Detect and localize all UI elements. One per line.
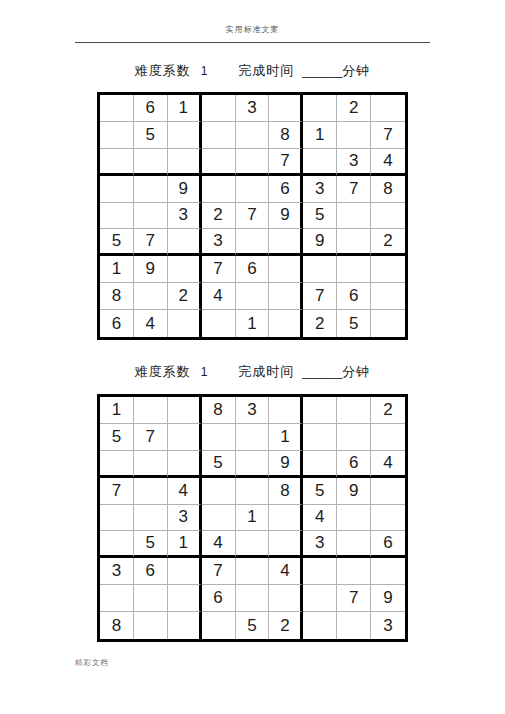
cell-r3c3 xyxy=(168,451,202,478)
sudoku-grid-2: 18325715964748593145143636746798523 xyxy=(97,394,408,642)
cell-r5c8 xyxy=(337,505,371,532)
cell-r9c8: 5 xyxy=(337,310,371,337)
cell-r5c7: 4 xyxy=(303,505,337,532)
cell-r1c9 xyxy=(371,95,405,122)
cell-r1c1 xyxy=(100,95,134,122)
cell-r3c2 xyxy=(134,451,168,478)
cell-r8c2 xyxy=(134,585,168,612)
cell-r6c1 xyxy=(100,531,134,558)
cell-r3c3 xyxy=(168,149,202,176)
puzzle-1-title: 难度系数1完成时间______分钟 xyxy=(0,62,505,80)
cell-r7c2: 9 xyxy=(134,256,168,283)
time-blank: ______ xyxy=(302,365,342,379)
cell-r4c7: 5 xyxy=(303,478,337,505)
cell-r1c5: 3 xyxy=(236,95,270,122)
cell-r4c1 xyxy=(100,176,134,203)
cell-r5c9 xyxy=(371,203,405,230)
cell-r8c2 xyxy=(134,283,168,310)
cell-r5c5: 1 xyxy=(236,505,270,532)
cell-r9c2: 4 xyxy=(134,310,168,337)
cell-r1c1: 1 xyxy=(100,397,134,424)
cell-r3c9: 4 xyxy=(371,149,405,176)
cell-r6c3 xyxy=(168,229,202,256)
cell-r2c1 xyxy=(100,122,134,149)
cell-r9c1: 6 xyxy=(100,310,134,337)
cell-r7c1: 1 xyxy=(100,256,134,283)
cell-r5c3: 3 xyxy=(168,203,202,230)
cell-r2c8 xyxy=(337,122,371,149)
cell-r6c7: 9 xyxy=(303,229,337,256)
cell-r1c4 xyxy=(202,95,236,122)
document-header: 实用标准文案 xyxy=(75,24,430,43)
cell-r7c5: 6 xyxy=(236,256,270,283)
cell-r3c4: 5 xyxy=(202,451,236,478)
cell-r5c4: 2 xyxy=(202,203,236,230)
cell-r2c1: 5 xyxy=(100,424,134,451)
cell-r2c9: 7 xyxy=(371,122,405,149)
cell-r3c9: 4 xyxy=(371,451,405,478)
cell-r1c9: 2 xyxy=(371,397,405,424)
cell-r8c9: 9 xyxy=(371,585,405,612)
difficulty-value: 1 xyxy=(201,64,209,78)
cell-r4c2 xyxy=(134,176,168,203)
cell-r4c8: 7 xyxy=(337,176,371,203)
cell-r7c9 xyxy=(371,558,405,585)
cell-r3c6: 9 xyxy=(269,451,303,478)
cell-r9c9 xyxy=(371,310,405,337)
cell-r7c7 xyxy=(303,256,337,283)
cell-r8c4: 6 xyxy=(202,585,236,612)
cell-r5c3: 3 xyxy=(168,505,202,532)
cell-r6c2: 7 xyxy=(134,229,168,256)
cell-r8c8: 7 xyxy=(337,585,371,612)
cell-r7c8 xyxy=(337,256,371,283)
cell-r5c4 xyxy=(202,505,236,532)
minutes-label: 分钟 xyxy=(342,63,370,78)
document-page: 实用标准文案 难度系数1完成时间______分钟 613258177349637… xyxy=(0,0,505,714)
cell-r4c3: 4 xyxy=(168,478,202,505)
cell-r2c3 xyxy=(168,122,202,149)
cell-r9c1: 8 xyxy=(100,612,134,639)
cell-r1c3: 1 xyxy=(168,95,202,122)
cell-r7c3 xyxy=(168,558,202,585)
cell-r6c5 xyxy=(236,229,270,256)
cell-r4c6: 6 xyxy=(269,176,303,203)
cell-r2c7 xyxy=(303,424,337,451)
cell-r3c1 xyxy=(100,149,134,176)
cell-r3c1 xyxy=(100,451,134,478)
cell-r1c6 xyxy=(269,397,303,424)
cell-r6c8 xyxy=(337,531,371,558)
cell-r4c9: 8 xyxy=(371,176,405,203)
cell-r8c4: 4 xyxy=(202,283,236,310)
cell-r4c5 xyxy=(236,478,270,505)
header-text: 实用标准文案 xyxy=(226,25,280,34)
cell-r9c7: 2 xyxy=(303,310,337,337)
cell-r8c1: 8 xyxy=(100,283,134,310)
cell-r9c3 xyxy=(168,612,202,639)
cell-r7c2: 6 xyxy=(134,558,168,585)
footer-text: 精彩文档 xyxy=(75,658,109,667)
cell-r2c3 xyxy=(168,424,202,451)
cell-r2c4 xyxy=(202,122,236,149)
cell-r9c7 xyxy=(303,612,337,639)
cell-r6c6 xyxy=(269,229,303,256)
cell-r9c4 xyxy=(202,612,236,639)
sudoku-grid-1: 6132581773496378327955739219768247664125 xyxy=(97,92,408,340)
cell-r3c8: 3 xyxy=(337,149,371,176)
cell-r8c6 xyxy=(269,585,303,612)
cell-r8c1 xyxy=(100,585,134,612)
cell-r6c8 xyxy=(337,229,371,256)
cell-r2c8 xyxy=(337,424,371,451)
cell-r7c6: 4 xyxy=(269,558,303,585)
cell-r2c6: 1 xyxy=(269,424,303,451)
cell-r5c1 xyxy=(100,203,134,230)
cell-r7c8 xyxy=(337,558,371,585)
cell-r3c8: 6 xyxy=(337,451,371,478)
cell-r2c2: 7 xyxy=(134,424,168,451)
cell-r4c2 xyxy=(134,478,168,505)
cell-r6c2: 5 xyxy=(134,531,168,558)
cell-r9c5: 1 xyxy=(236,310,270,337)
cell-r1c2 xyxy=(134,397,168,424)
cell-r3c4 xyxy=(202,149,236,176)
cell-r7c4: 7 xyxy=(202,558,236,585)
difficulty-label: 难度系数 xyxy=(135,364,191,379)
cell-r9c6: 2 xyxy=(269,612,303,639)
cell-r9c8 xyxy=(337,612,371,639)
cell-r5c6 xyxy=(269,505,303,532)
cell-r8c6 xyxy=(269,283,303,310)
cell-r7c5 xyxy=(236,558,270,585)
cell-r4c3: 9 xyxy=(168,176,202,203)
cell-r2c4 xyxy=(202,424,236,451)
cell-r1c4: 8 xyxy=(202,397,236,424)
cell-r1c8 xyxy=(337,397,371,424)
cell-r1c5: 3 xyxy=(236,397,270,424)
cell-r9c3 xyxy=(168,310,202,337)
cell-r3c6: 7 xyxy=(269,149,303,176)
cell-r3c2 xyxy=(134,149,168,176)
cell-r6c1: 5 xyxy=(100,229,134,256)
cell-r9c2 xyxy=(134,612,168,639)
cell-r9c4 xyxy=(202,310,236,337)
time-label: 完成时间 xyxy=(238,364,294,379)
cell-r2c7: 1 xyxy=(303,122,337,149)
cell-r5c8 xyxy=(337,203,371,230)
cell-r6c4: 4 xyxy=(202,531,236,558)
cell-r1c6 xyxy=(269,95,303,122)
difficulty-label: 难度系数 xyxy=(135,63,191,78)
cell-r7c1: 3 xyxy=(100,558,134,585)
cell-r8c3: 2 xyxy=(168,283,202,310)
cell-r6c9: 6 xyxy=(371,531,405,558)
cell-r5c9 xyxy=(371,505,405,532)
cell-r9c9: 3 xyxy=(371,612,405,639)
cell-r5c2 xyxy=(134,203,168,230)
cell-r8c5 xyxy=(236,585,270,612)
cell-r1c7 xyxy=(303,95,337,122)
cell-r8c8: 6 xyxy=(337,283,371,310)
cell-r7c4: 7 xyxy=(202,256,236,283)
cell-r4c1: 7 xyxy=(100,478,134,505)
puzzle-2-title: 难度系数1完成时间______分钟 xyxy=(0,363,505,381)
cell-r8c7: 7 xyxy=(303,283,337,310)
cell-r2c5 xyxy=(236,424,270,451)
cell-r8c7 xyxy=(303,585,337,612)
cell-r2c6: 8 xyxy=(269,122,303,149)
cell-r5c2 xyxy=(134,505,168,532)
cell-r4c7: 3 xyxy=(303,176,337,203)
minutes-label: 分钟 xyxy=(342,364,370,379)
cell-r6c5 xyxy=(236,531,270,558)
cell-r6c6 xyxy=(269,531,303,558)
cell-r4c5 xyxy=(236,176,270,203)
cell-r6c7: 3 xyxy=(303,531,337,558)
cell-r5c7: 5 xyxy=(303,203,337,230)
cell-r4c8: 9 xyxy=(337,478,371,505)
time-blank: ______ xyxy=(302,64,342,78)
time-label: 完成时间 xyxy=(238,63,294,78)
cell-r4c4 xyxy=(202,478,236,505)
cell-r5c5: 7 xyxy=(236,203,270,230)
cell-r4c9 xyxy=(371,478,405,505)
cell-r5c6: 9 xyxy=(269,203,303,230)
cell-r4c4 xyxy=(202,176,236,203)
cell-r8c3 xyxy=(168,585,202,612)
cell-r2c2: 5 xyxy=(134,122,168,149)
cell-r7c3 xyxy=(168,256,202,283)
cell-r1c2: 6 xyxy=(134,95,168,122)
cell-r5c1 xyxy=(100,505,134,532)
cell-r3c5 xyxy=(236,451,270,478)
cell-r6c9: 2 xyxy=(371,229,405,256)
cell-r8c9 xyxy=(371,283,405,310)
difficulty-value: 1 xyxy=(201,365,209,379)
cell-r7c9 xyxy=(371,256,405,283)
cell-r7c7 xyxy=(303,558,337,585)
cell-r1c7 xyxy=(303,397,337,424)
cell-r4c6: 8 xyxy=(269,478,303,505)
cell-r3c5 xyxy=(236,149,270,176)
cell-r9c5: 5 xyxy=(236,612,270,639)
cell-r9c6 xyxy=(269,310,303,337)
cell-r1c3 xyxy=(168,397,202,424)
cell-r3c7 xyxy=(303,451,337,478)
cell-r6c3: 1 xyxy=(168,531,202,558)
cell-r2c9 xyxy=(371,424,405,451)
cell-r6c4: 3 xyxy=(202,229,236,256)
cell-r1c8: 2 xyxy=(337,95,371,122)
cell-r2c5 xyxy=(236,122,270,149)
cell-r3c7 xyxy=(303,149,337,176)
cell-r7c6 xyxy=(269,256,303,283)
cell-r8c5 xyxy=(236,283,270,310)
document-footer: 精彩文档 xyxy=(75,658,109,668)
